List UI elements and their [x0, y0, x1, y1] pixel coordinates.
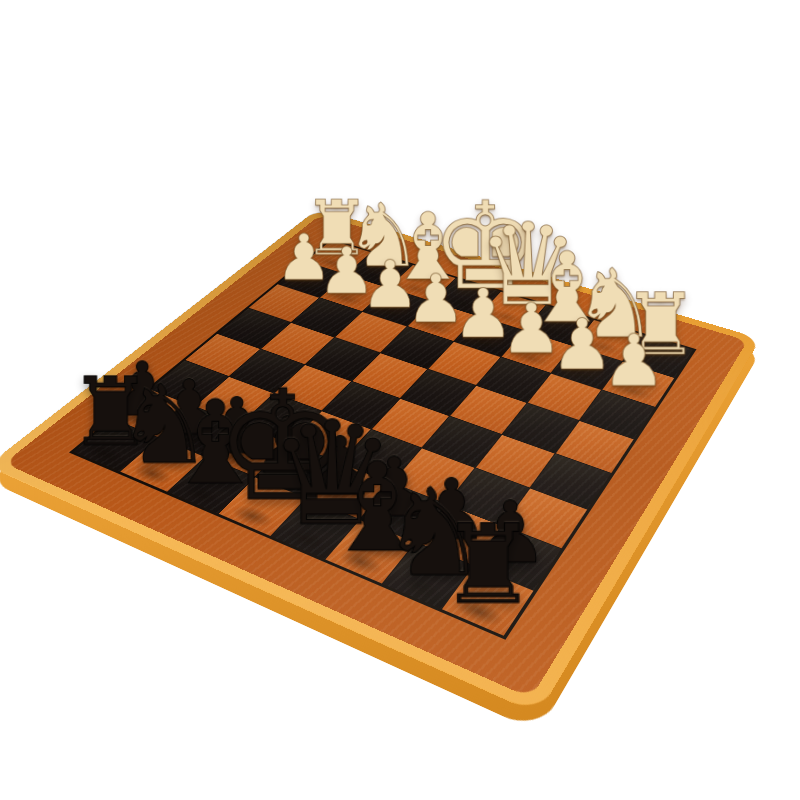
piece-shadow [262, 464, 315, 494]
piece-shadow [450, 593, 511, 632]
white-queen: ♛ [477, 207, 528, 321]
board-rim: ♜♞♝♚♛♝♞♜♟♟♟♟♟♟♟♟♟♟♟♟♟♟♟♟♜♞♝♚♛♝♞♜ [0, 209, 761, 714]
scene: ♜♞♝♚♛♝♞♜♟♟♟♟♟♟♟♟♟♟♟♟♟♟♟♟♜♞♝♚♛♝♞♜ [0, 0, 800, 800]
piece-shadow [79, 439, 131, 468]
piece-shadow [174, 479, 228, 510]
page-background: ♜♞♝♚♛♝♞♜♟♟♟♟♟♟♟♟♟♟♟♟♟♟♟♟♜♞♝♚♛♝♞♜ [0, 0, 800, 800]
piece-shadow [332, 544, 390, 580]
board-grid: ♜♞♝♚♛♝♞♜♟♟♟♟♟♟♟♟♟♟♟♟♟♟♟♟♜♞♝♚♛♝♞♜ [69, 239, 697, 640]
square-h7: ♟ [113, 389, 194, 437]
square-c3 [477, 357, 550, 402]
piece-shadow [165, 426, 216, 454]
piece-shadow [390, 568, 449, 605]
chess-board: ♜♞♝♚♛♝♞♜♟♟♟♟♟♟♟♟♟♟♟♟♟♟♟♟♜♞♝♚♛♝♞♜ [0, 209, 761, 714]
piece-shadow [579, 336, 626, 359]
piece-shadow [225, 500, 280, 533]
white-knight: ♞ [572, 257, 625, 352]
piece-shadow [423, 528, 480, 562]
piece-shadow [484, 306, 529, 327]
piece-shadow [531, 321, 577, 343]
piece-shadow [126, 459, 179, 489]
white-bishop: ♝ [524, 239, 576, 336]
piece-shadow [277, 522, 334, 556]
board-frame: ♜♞♝♚♛♝♞♜♟♟♟♟♟♟♟♟♟♟♟♟♟♟♟♟♜♞♝♚♛♝♞♜ [4, 215, 748, 698]
